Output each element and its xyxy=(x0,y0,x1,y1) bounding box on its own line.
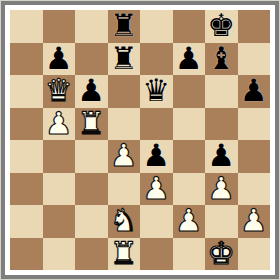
piece-black-queen: ♛ xyxy=(142,75,170,107)
square-b7[interactable]: ♟ xyxy=(43,43,76,76)
piece-black-rook: ♜ xyxy=(110,43,138,75)
square-d6[interactable] xyxy=(108,75,141,108)
square-f5[interactable] xyxy=(173,108,206,141)
square-g8[interactable]: ♚ xyxy=(205,10,238,43)
piece-white-rook: ♜ xyxy=(77,108,105,140)
square-c1[interactable] xyxy=(75,238,108,271)
square-f7[interactable]: ♟ xyxy=(173,43,206,76)
piece-white-pawn: ♟ xyxy=(207,173,235,205)
piece-white-rook: ♜ xyxy=(110,238,138,270)
piece-white-queen: ♛ xyxy=(45,75,73,107)
piece-black-king: ♚ xyxy=(207,10,235,42)
board-frame-outer: ♜♚♟♜♟♝♛♟♛♟♟♜♟♟♟♟♟♞♟♟♜♚ xyxy=(0,0,280,280)
square-h5[interactable] xyxy=(238,108,271,141)
square-e3[interactable]: ♟ xyxy=(140,173,173,206)
square-g7[interactable]: ♝ xyxy=(205,43,238,76)
piece-black-pawn: ♟ xyxy=(45,43,73,75)
square-h7[interactable] xyxy=(238,43,271,76)
chess-board: ♜♚♟♜♟♝♛♟♛♟♟♜♟♟♟♟♟♞♟♟♜♚ xyxy=(10,10,270,270)
piece-black-pawn: ♟ xyxy=(77,75,105,107)
piece-black-pawn: ♟ xyxy=(175,43,203,75)
square-a6[interactable] xyxy=(10,75,43,108)
square-c8[interactable] xyxy=(75,10,108,43)
square-f6[interactable] xyxy=(173,75,206,108)
square-b8[interactable] xyxy=(43,10,76,43)
square-f8[interactable] xyxy=(173,10,206,43)
square-e1[interactable] xyxy=(140,238,173,271)
square-a5[interactable] xyxy=(10,108,43,141)
piece-white-pawn: ♟ xyxy=(110,140,138,172)
square-b4[interactable] xyxy=(43,140,76,173)
piece-black-pawn: ♟ xyxy=(142,140,170,172)
square-c7[interactable] xyxy=(75,43,108,76)
square-a3[interactable] xyxy=(10,173,43,206)
square-c6[interactable]: ♟ xyxy=(75,75,108,108)
square-c3[interactable] xyxy=(75,173,108,206)
square-d2[interactable]: ♞ xyxy=(108,205,141,238)
square-c4[interactable] xyxy=(75,140,108,173)
square-h8[interactable] xyxy=(238,10,271,43)
square-g3[interactable]: ♟ xyxy=(205,173,238,206)
square-b3[interactable] xyxy=(43,173,76,206)
square-f4[interactable] xyxy=(173,140,206,173)
square-f1[interactable] xyxy=(173,238,206,271)
square-e5[interactable] xyxy=(140,108,173,141)
square-e4[interactable]: ♟ xyxy=(140,140,173,173)
piece-black-rook: ♜ xyxy=(110,10,138,42)
square-a8[interactable] xyxy=(10,10,43,43)
square-c5[interactable]: ♜ xyxy=(75,108,108,141)
square-d8[interactable]: ♜ xyxy=(108,10,141,43)
square-b2[interactable] xyxy=(43,205,76,238)
square-h6[interactable]: ♟ xyxy=(238,75,271,108)
square-a7[interactable] xyxy=(10,43,43,76)
square-f3[interactable] xyxy=(173,173,206,206)
piece-white-knight: ♞ xyxy=(110,205,138,237)
piece-black-pawn: ♟ xyxy=(240,75,268,107)
piece-white-pawn: ♟ xyxy=(45,108,73,140)
square-a4[interactable] xyxy=(10,140,43,173)
square-b1[interactable] xyxy=(43,238,76,271)
square-e6[interactable]: ♛ xyxy=(140,75,173,108)
piece-black-pawn: ♟ xyxy=(207,140,235,172)
piece-black-bishop: ♝ xyxy=(207,43,235,75)
square-e7[interactable] xyxy=(140,43,173,76)
square-d4[interactable]: ♟ xyxy=(108,140,141,173)
square-d1[interactable]: ♜ xyxy=(108,238,141,271)
square-g4[interactable]: ♟ xyxy=(205,140,238,173)
square-h1[interactable] xyxy=(238,238,271,271)
square-f2[interactable]: ♟ xyxy=(173,205,206,238)
square-e8[interactable] xyxy=(140,10,173,43)
square-g5[interactable] xyxy=(205,108,238,141)
square-g6[interactable] xyxy=(205,75,238,108)
square-g2[interactable] xyxy=(205,205,238,238)
square-h2[interactable]: ♟ xyxy=(238,205,271,238)
square-h3[interactable] xyxy=(238,173,271,206)
square-c2[interactable] xyxy=(75,205,108,238)
square-h4[interactable] xyxy=(238,140,271,173)
piece-white-king: ♚ xyxy=(207,238,235,270)
piece-white-pawn: ♟ xyxy=(175,205,203,237)
piece-white-pawn: ♟ xyxy=(240,205,268,237)
square-b5[interactable]: ♟ xyxy=(43,108,76,141)
square-a2[interactable] xyxy=(10,205,43,238)
square-e2[interactable] xyxy=(140,205,173,238)
square-d3[interactable] xyxy=(108,173,141,206)
square-d5[interactable] xyxy=(108,108,141,141)
square-b6[interactable]: ♛ xyxy=(43,75,76,108)
square-d7[interactable]: ♜ xyxy=(108,43,141,76)
piece-white-pawn: ♟ xyxy=(142,173,170,205)
square-g1[interactable]: ♚ xyxy=(205,238,238,271)
square-a1[interactable] xyxy=(10,238,43,271)
